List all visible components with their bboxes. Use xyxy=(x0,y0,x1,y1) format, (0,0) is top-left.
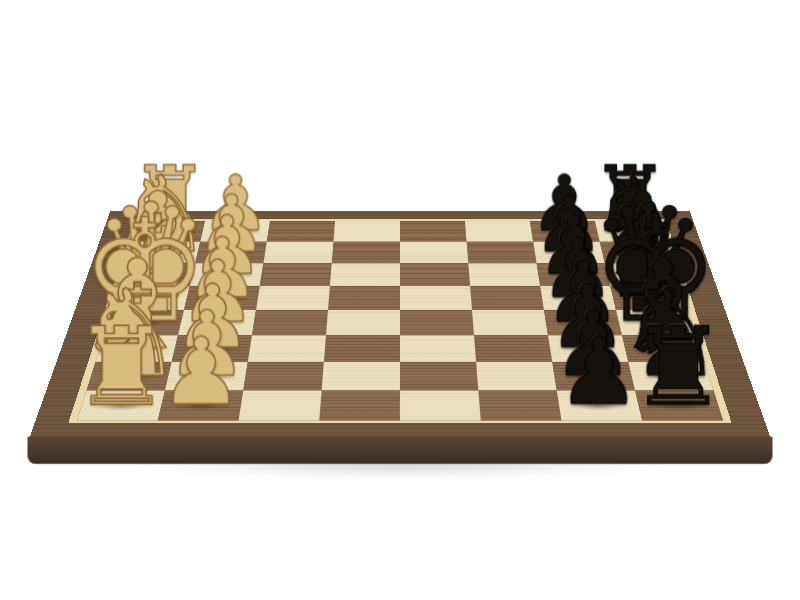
square-d4[interactable] xyxy=(328,286,400,310)
square-f4[interactable] xyxy=(324,335,400,362)
chess-board: ♜♟♟♜♞♟♟♞♝♟♟♝♛♟♟♛♚♟♟♚♝♟♟♝♞♟♟♞♜♟♟♜ xyxy=(30,211,770,437)
square-c5[interactable] xyxy=(400,263,470,286)
square-b4[interactable] xyxy=(332,242,400,264)
square-h2[interactable]: ♟ xyxy=(158,390,243,420)
white-pawn[interactable]: ♟ xyxy=(113,325,290,418)
square-a5[interactable] xyxy=(400,221,467,242)
black-rook[interactable]: ♜ xyxy=(590,312,767,420)
board-front-edge xyxy=(27,437,772,464)
square-b5[interactable] xyxy=(400,242,468,264)
square-d5[interactable] xyxy=(400,286,472,310)
square-g5[interactable] xyxy=(400,362,478,390)
square-h5[interactable] xyxy=(400,390,481,420)
square-h8[interactable]: ♜ xyxy=(635,390,723,420)
photo-background: ♜♟♟♜♞♟♟♞♝♟♟♝♛♟♟♛♚♟♟♚♝♟♟♝♞♟♟♞♜♟♟♜ xyxy=(0,0,800,600)
board-inlay-strip: ♜♟♟♜♞♟♟♞♝♟♟♝♛♟♟♛♚♟♟♚♝♟♟♝♞♟♟♞♜♟♟♜ xyxy=(68,219,732,423)
square-c4[interactable] xyxy=(330,263,400,286)
square-e5[interactable] xyxy=(400,310,474,335)
square-h4[interactable] xyxy=(319,390,400,420)
square-e4[interactable] xyxy=(326,310,400,335)
board-grid: ♜♟♟♜♞♟♟♞♝♟♟♝♛♟♟♛♚♟♟♚♝♟♟♝♞♟♟♞♜♟♟♜ xyxy=(77,221,723,420)
square-f5[interactable] xyxy=(400,335,476,362)
scene: ♜♟♟♜♞♟♟♞♝♟♟♝♛♟♟♛♚♟♟♚♝♟♟♝♞♟♟♞♜♟♟♜ xyxy=(0,0,800,600)
square-g4[interactable] xyxy=(322,362,400,390)
square-a4[interactable] xyxy=(333,221,400,242)
